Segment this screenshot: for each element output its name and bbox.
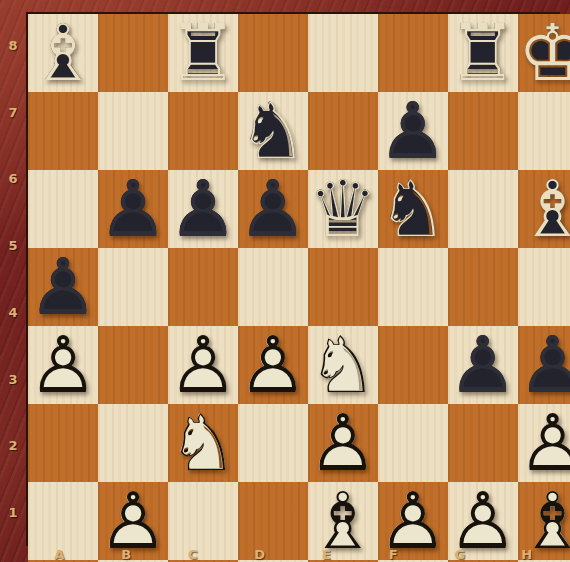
white-pawn-outline-icon: ♙: [518, 404, 570, 482]
square-a3[interactable]: [28, 404, 98, 482]
square-a5[interactable]: ♟♙: [28, 248, 98, 326]
white-knight[interactable]: ♞♘: [308, 326, 378, 404]
rank-label-5: 5: [0, 212, 26, 279]
square-b6[interactable]: ♟♙: [98, 170, 168, 248]
square-e3[interactable]: ♟♙: [308, 404, 378, 482]
square-h7[interactable]: [518, 92, 570, 170]
square-e5[interactable]: [308, 248, 378, 326]
file-label-e: E: [293, 546, 360, 562]
black-pawn-outline-icon: ♙: [238, 170, 308, 248]
black-pawn-outline-icon: ♙: [518, 326, 570, 404]
black-rook-outline-icon: ♖: [168, 14, 238, 92]
square-c7[interactable]: [168, 92, 238, 170]
square-a7[interactable]: [28, 92, 98, 170]
square-d3[interactable]: [238, 404, 308, 482]
square-h3[interactable]: ♟♙: [518, 404, 570, 482]
square-d7[interactable]: ♞♘: [238, 92, 308, 170]
file-label-g: G: [427, 546, 494, 562]
black-knight[interactable]: ♞♘: [238, 92, 308, 170]
black-knight-outline-icon: ♘: [378, 170, 448, 248]
square-c5[interactable]: [168, 248, 238, 326]
square-c6[interactable]: ♟♙: [168, 170, 238, 248]
black-queen[interactable]: ♛♕: [308, 170, 378, 248]
square-b4[interactable]: [98, 326, 168, 404]
square-b8[interactable]: [98, 14, 168, 92]
white-knight-outline-icon: ♘: [168, 404, 238, 482]
chessboard: ♝♗♜♖♜♖♚♔♞♘♟♙♟♙♟♙♟♙♛♕♞♘♝♗♟♙♟♙♟♙♟♙♞♘♟♙♟♙♞♘…: [26, 12, 560, 546]
white-pawn[interactable]: ♟♙: [238, 326, 308, 404]
square-f8[interactable]: [378, 14, 448, 92]
square-f5[interactable]: [378, 248, 448, 326]
square-h8[interactable]: ♚♔: [518, 14, 570, 92]
square-f4[interactable]: [378, 326, 448, 404]
square-g8[interactable]: ♜♖: [448, 14, 518, 92]
black-queen-outline-icon: ♕: [308, 170, 378, 248]
file-label-f: F: [360, 546, 427, 562]
black-king-outline-icon: ♔: [518, 14, 570, 92]
file-label-d: D: [226, 546, 293, 562]
file-label-b: B: [93, 546, 160, 562]
rank-label-3: 3: [0, 346, 26, 413]
square-g3[interactable]: [448, 404, 518, 482]
rank-label-1: 1: [0, 479, 26, 546]
square-h6[interactable]: ♝♗: [518, 170, 570, 248]
black-bishop-outline-icon: ♗: [518, 170, 570, 248]
black-pawn[interactable]: ♟♙: [238, 170, 308, 248]
white-pawn-outline-icon: ♙: [308, 404, 378, 482]
file-label-h: H: [493, 546, 560, 562]
square-e8[interactable]: [308, 14, 378, 92]
white-pawn-outline-icon: ♙: [28, 326, 98, 404]
square-f7[interactable]: ♟♙: [378, 92, 448, 170]
black-pawn[interactable]: ♟♙: [98, 170, 168, 248]
black-knight-outline-icon: ♘: [238, 92, 308, 170]
square-d6[interactable]: ♟♙: [238, 170, 308, 248]
black-rook[interactable]: ♜♖: [168, 14, 238, 92]
square-g7[interactable]: [448, 92, 518, 170]
black-bishop[interactable]: ♝♗: [518, 170, 570, 248]
square-h5[interactable]: [518, 248, 570, 326]
square-g5[interactable]: [448, 248, 518, 326]
black-pawn[interactable]: ♟♙: [518, 326, 570, 404]
black-pawn-outline-icon: ♙: [98, 170, 168, 248]
square-a6[interactable]: [28, 170, 98, 248]
square-b5[interactable]: [98, 248, 168, 326]
square-e6[interactable]: ♛♕: [308, 170, 378, 248]
black-rook-outline-icon: ♖: [448, 14, 518, 92]
white-pawn[interactable]: ♟♙: [308, 404, 378, 482]
rank-label-2: 2: [0, 413, 26, 480]
square-c4[interactable]: ♟♙: [168, 326, 238, 404]
square-e7[interactable]: [308, 92, 378, 170]
square-b7[interactable]: [98, 92, 168, 170]
black-king[interactable]: ♚♔: [518, 14, 570, 92]
rank-label-8: 8: [0, 12, 26, 79]
black-pawn-outline-icon: ♙: [378, 92, 448, 170]
square-g6[interactable]: [448, 170, 518, 248]
rank-label-6: 6: [0, 146, 26, 213]
square-b3[interactable]: [98, 404, 168, 482]
white-pawn[interactable]: ♟♙: [518, 404, 570, 482]
black-pawn-outline-icon: ♙: [448, 326, 518, 404]
white-knight-outline-icon: ♘: [308, 326, 378, 404]
square-d4[interactable]: ♟♙: [238, 326, 308, 404]
square-a4[interactable]: ♟♙: [28, 326, 98, 404]
black-pawn[interactable]: ♟♙: [378, 92, 448, 170]
square-g4[interactable]: ♟♙: [448, 326, 518, 404]
black-pawn-outline-icon: ♙: [168, 170, 238, 248]
black-pawn-outline-icon: ♙: [28, 248, 98, 326]
rank-label-4: 4: [0, 279, 26, 346]
square-d8[interactable]: [238, 14, 308, 92]
square-e4[interactable]: ♞♘: [308, 326, 378, 404]
square-h4[interactable]: ♟♙: [518, 326, 570, 404]
white-knight[interactable]: ♞♘: [168, 404, 238, 482]
file-label-c: C: [160, 546, 227, 562]
white-pawn[interactable]: ♟♙: [168, 326, 238, 404]
square-c8[interactable]: ♜♖: [168, 14, 238, 92]
black-pawn[interactable]: ♟♙: [168, 170, 238, 248]
rank-label-7: 7: [0, 79, 26, 146]
rank-labels: 87654321: [0, 12, 26, 546]
black-bishop-outline-icon: ♗: [28, 14, 98, 92]
square-a8[interactable]: ♝♗: [28, 14, 98, 92]
black-rook[interactable]: ♜♖: [448, 14, 518, 92]
black-pawn[interactable]: ♟♙: [28, 248, 98, 326]
black-knight[interactable]: ♞♘: [378, 170, 448, 248]
file-labels: ABCDEFGH: [26, 546, 560, 562]
square-f3[interactable]: [378, 404, 448, 482]
white-pawn[interactable]: ♟♙: [28, 326, 98, 404]
white-pawn-outline-icon: ♙: [168, 326, 238, 404]
black-pawn[interactable]: ♟♙: [448, 326, 518, 404]
white-pawn-outline-icon: ♙: [238, 326, 308, 404]
square-c3[interactable]: ♞♘: [168, 404, 238, 482]
square-d5[interactable]: [238, 248, 308, 326]
file-label-a: A: [26, 546, 93, 562]
black-bishop[interactable]: ♝♗: [28, 14, 98, 92]
square-f6[interactable]: ♞♘: [378, 170, 448, 248]
